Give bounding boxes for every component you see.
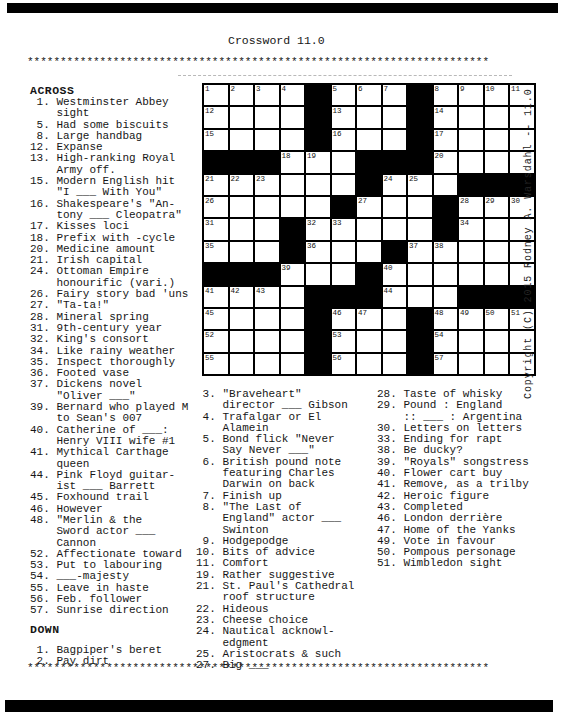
cell-number: 24 [384, 175, 393, 184]
cell-r8c12[interactable] [484, 241, 510, 263]
cell-r6c8[interactable] [382, 196, 408, 218]
cell-r8c7[interactable] [356, 241, 382, 263]
across-clue-57: 57. Sunrise direction [30, 605, 200, 616]
scan-artifact-top-bar [7, 3, 558, 13]
cell-r2c6[interactable]: 13 [331, 106, 357, 128]
cell-r10c1[interactable]: 41 [203, 286, 229, 308]
across-clue-41: 41. Mythical Carthage [30, 447, 200, 458]
cell-number: 49 [460, 309, 469, 318]
cell-r6c4[interactable] [280, 196, 306, 218]
cell-r6c1[interactable]: 26 [203, 196, 229, 218]
cell-number: 22 [231, 175, 240, 184]
cell-r13c6[interactable]: 56 [331, 353, 357, 375]
scan-artifact-line [178, 75, 512, 76]
across-clue-17: 17. Kisses loci [30, 221, 200, 232]
cell-r4c10[interactable]: 20 [433, 151, 459, 173]
across-clue-32: 32. King's consort [30, 334, 200, 345]
cell-r10c5 [305, 286, 331, 308]
cell-number: 53 [333, 331, 342, 340]
middle-clue-column: 3. "Braveheart" director ___ Gibson 4. T… [196, 389, 374, 671]
cell-r11c2[interactable] [229, 308, 255, 330]
cell-r6c12[interactable]: 29 [484, 196, 510, 218]
cell-r12c9 [407, 330, 433, 352]
cell-r8c6[interactable] [331, 241, 357, 263]
cell-number: 51 [511, 309, 520, 318]
cell-number: 7 [384, 85, 389, 94]
cell-r3c4[interactable] [280, 129, 306, 151]
cell-r1c4[interactable]: 4 [280, 84, 306, 106]
cell-r4c12[interactable] [484, 151, 510, 173]
cell-r8c10[interactable]: 38 [433, 241, 459, 263]
cell-r11c6[interactable]: 46 [331, 308, 357, 330]
cell-number: 38 [435, 242, 444, 251]
cell-r5c5[interactable] [305, 174, 331, 196]
cell-r2c12[interactable] [484, 106, 510, 128]
cell-r9c10[interactable] [433, 263, 459, 285]
cell-r1c7[interactable]: 6 [356, 84, 382, 106]
cell-r5c1[interactable]: 21 [203, 174, 229, 196]
cell-number: 48 [435, 309, 444, 318]
cell-r4c1 [203, 151, 229, 173]
cell-r7c8[interactable] [382, 218, 408, 240]
cell-number: 35 [205, 242, 214, 251]
cell-r1c8[interactable]: 7 [382, 84, 408, 106]
cell-r1c3[interactable]: 3 [254, 84, 280, 106]
cell-r1c9 [407, 84, 433, 106]
cell-number: 11 [511, 85, 520, 94]
cell-number: 23 [256, 175, 265, 184]
cell-r12c11[interactable] [458, 330, 484, 352]
cell-r8c3[interactable] [254, 241, 280, 263]
cell-r8c8 [382, 241, 408, 263]
cell-r7c1[interactable]: 31 [203, 218, 229, 240]
cell-r2c3[interactable] [254, 106, 280, 128]
cell-r5c2[interactable]: 22 [229, 174, 255, 196]
cell-number: 10 [486, 85, 495, 94]
cell-r12c3[interactable] [254, 330, 280, 352]
cell-r6c7[interactable]: 27 [356, 196, 382, 218]
cell-r5c7 [356, 174, 382, 196]
cell-r1c11[interactable]: 9 [458, 84, 484, 106]
across-clue-39-cont: to Sean's 007 [30, 413, 200, 424]
cell-number: 36 [307, 242, 316, 251]
cell-r1c12[interactable]: 10 [484, 84, 510, 106]
cell-r8c11[interactable] [458, 241, 484, 263]
cell-r9c12[interactable] [484, 263, 510, 285]
cell-r5c12 [484, 174, 510, 196]
cell-r7c6[interactable]: 33 [331, 218, 357, 240]
cell-number: 26 [205, 197, 214, 206]
cell-r5c11 [458, 174, 484, 196]
cell-number: 45 [205, 309, 214, 318]
cell-number: 18 [282, 152, 291, 161]
cell-r3c6[interactable]: 16 [331, 129, 357, 151]
cell-r7c5[interactable]: 32 [305, 218, 331, 240]
across-clue-1-cont: sight [30, 108, 200, 119]
cell-number: 19 [307, 152, 316, 161]
cell-number: 3 [256, 85, 261, 94]
cell-number: 39 [282, 264, 291, 273]
cell-r4c7 [356, 151, 382, 173]
down-clue-3-cont: director ___ Gibson [196, 400, 374, 411]
cell-number: 34 [460, 219, 469, 228]
cell-r1c2[interactable]: 2 [229, 84, 255, 106]
down-clue-list-middle: 3. "Braveheart" director ___ Gibson 4. T… [196, 389, 374, 671]
cell-number: 57 [435, 354, 444, 363]
left-clue-column: ACROSS 1. Westminster Abbey sight 5. Had… [30, 84, 200, 667]
cell-r9c1 [203, 263, 229, 285]
cell-r9c5[interactable] [305, 263, 331, 285]
cell-number: 5 [333, 85, 338, 94]
down-clue-6-cont: Darwin on back [196, 479, 374, 490]
cell-number: 42 [231, 287, 240, 296]
cell-r3c9 [407, 129, 433, 151]
cell-r13c2[interactable] [229, 353, 255, 375]
cell-r7c11[interactable]: 34 [458, 218, 484, 240]
cell-r6c9[interactable] [407, 196, 433, 218]
cell-r12c8[interactable] [382, 330, 408, 352]
cell-r12c4[interactable] [280, 330, 306, 352]
across-clue-45: 45. Foxhound trail [30, 492, 200, 503]
cell-r2c10[interactable]: 14 [433, 106, 459, 128]
cell-r4c6[interactable] [331, 151, 357, 173]
cell-number: 17 [435, 130, 444, 139]
cell-r13c4[interactable] [280, 353, 306, 375]
cell-number: 2 [231, 85, 236, 94]
across-clue-48-cont: Sword actor ___ [30, 526, 200, 537]
cell-number: 41 [205, 287, 214, 296]
cell-r9c11[interactable] [458, 263, 484, 285]
cell-r12c12[interactable] [484, 330, 510, 352]
cell-r6c3[interactable] [254, 196, 280, 218]
down-clue-24: 24. Nautical acknowl- [196, 626, 374, 637]
cell-r12c7[interactable] [356, 330, 382, 352]
cell-r11c1[interactable]: 45 [203, 308, 229, 330]
cell-r9c3 [254, 263, 280, 285]
cell-r13c9 [407, 353, 433, 375]
cell-r10c7 [356, 286, 382, 308]
cell-number: 9 [460, 85, 465, 94]
cell-r2c1[interactable]: 12 [203, 106, 229, 128]
cell-number: 25 [409, 175, 418, 184]
cell-r3c8[interactable] [382, 129, 408, 151]
cell-r4c2 [229, 151, 255, 173]
cell-r11c11[interactable]: 49 [458, 308, 484, 330]
across-clue-list: 1. Westminster Abbey sight 5. Had some b… [30, 97, 200, 617]
cell-number: 21 [205, 175, 214, 184]
cell-r7c12[interactable] [484, 218, 510, 240]
down-clue-8-cont: England" actor ___ [196, 513, 374, 524]
across-clue-27: 27. "Ta-ta!" [30, 300, 200, 311]
cell-r6c11[interactable]: 28 [458, 196, 484, 218]
cell-number: 28 [460, 197, 469, 206]
cell-r5c3[interactable]: 23 [254, 174, 280, 196]
cell-r2c7[interactable] [356, 106, 382, 128]
cell-r2c5 [305, 106, 331, 128]
down-header: DOWN [30, 623, 200, 636]
cell-r10c3[interactable]: 43 [254, 286, 280, 308]
cell-r7c10 [433, 218, 459, 240]
cell-r3c5 [305, 129, 331, 151]
cell-r9c7 [356, 263, 382, 285]
cell-r4c11[interactable] [458, 151, 484, 173]
cell-r12c6[interactable]: 53 [331, 330, 357, 352]
cell-r4c3 [254, 151, 280, 173]
cell-r10c10[interactable] [433, 286, 459, 308]
cell-number: 31 [205, 219, 214, 228]
cell-number: 14 [435, 107, 444, 116]
cell-r11c7[interactable]: 47 [356, 308, 382, 330]
cell-r3c7[interactable] [356, 129, 382, 151]
cell-r7c9[interactable] [407, 218, 433, 240]
cell-r5c8[interactable]: 24 [382, 174, 408, 196]
cell-number: 20 [435, 152, 444, 161]
cell-r8c5[interactable]: 36 [305, 241, 331, 263]
cell-r7c3[interactable] [254, 218, 280, 240]
cell-number: 54 [435, 331, 444, 340]
cell-number: 56 [333, 354, 342, 363]
cell-r13c3[interactable] [254, 353, 280, 375]
cell-r4c8 [382, 151, 408, 173]
cell-r2c9 [407, 106, 433, 128]
cell-number: 4 [282, 85, 287, 94]
cell-number: 47 [358, 309, 367, 318]
cell-r1c1[interactable]: 1 [203, 84, 229, 106]
cell-number: 15 [205, 130, 214, 139]
cell-r13c11[interactable] [458, 353, 484, 375]
cell-number: 40 [384, 264, 393, 273]
cell-r12c2[interactable] [229, 330, 255, 352]
cell-r12c5 [305, 330, 331, 352]
cell-r3c1[interactable]: 15 [203, 129, 229, 151]
cell-number: 46 [333, 309, 342, 318]
cell-number: 52 [205, 331, 214, 340]
cell-r1c6[interactable]: 5 [331, 84, 357, 106]
cell-r4c5[interactable]: 19 [305, 151, 331, 173]
cell-r3c11[interactable] [458, 129, 484, 151]
cell-r7c2[interactable] [229, 218, 255, 240]
cell-number: 8 [435, 85, 440, 94]
cell-number: 1 [205, 85, 210, 94]
cell-r6c6 [331, 196, 357, 218]
cell-number: 33 [333, 219, 342, 228]
cell-r10c11 [458, 286, 484, 308]
cell-r10c9[interactable] [407, 286, 433, 308]
cell-number: 16 [333, 130, 342, 139]
cell-r5c10[interactable] [433, 174, 459, 196]
down-clue-41: 41. Remove, as a trilby [377, 479, 562, 490]
cell-r8c1[interactable]: 35 [203, 241, 229, 263]
cell-r6c5[interactable] [305, 196, 331, 218]
cell-r6c10 [433, 196, 459, 218]
cell-r13c5 [305, 353, 331, 375]
cell-r13c8[interactable] [382, 353, 408, 375]
scan-artifact-bottom-bar [5, 700, 553, 712]
cell-r13c7[interactable] [356, 353, 382, 375]
cell-r13c1[interactable]: 55 [203, 353, 229, 375]
cell-r7c4 [280, 218, 306, 240]
down-clue-51: 51. Wimbledon sight [377, 558, 562, 569]
cell-number: 50 [486, 309, 495, 318]
cell-r8c4 [280, 241, 306, 263]
cell-r3c10[interactable]: 17 [433, 129, 459, 151]
cell-number: 37 [409, 242, 418, 251]
cell-number: 55 [205, 354, 214, 363]
down-clue-46: 46. London derrière [377, 513, 562, 524]
cell-r5c4[interactable] [280, 174, 306, 196]
cell-r11c9 [407, 308, 433, 330]
separator-bottom: ****************************************… [27, 662, 489, 674]
cell-r11c8[interactable] [382, 308, 408, 330]
cell-r4c9 [407, 151, 433, 173]
cell-r2c8[interactable] [382, 106, 408, 128]
cell-r8c9[interactable]: 37 [407, 241, 433, 263]
cell-r10c8[interactable]: 44 [382, 286, 408, 308]
cell-number: 43 [256, 287, 265, 296]
across-clue-15-cont: "I ___ With You" [30, 187, 200, 198]
cell-r2c2[interactable] [229, 106, 255, 128]
cell-r7c7[interactable] [356, 218, 382, 240]
cell-r2c11[interactable] [458, 106, 484, 128]
cell-r1c10[interactable]: 8 [433, 84, 459, 106]
cell-r10c12 [484, 286, 510, 308]
cell-r11c10[interactable]: 48 [433, 308, 459, 330]
cell-number: 27 [358, 197, 367, 206]
cell-r13c10[interactable]: 57 [433, 353, 459, 375]
cell-r5c9[interactable]: 25 [407, 174, 433, 196]
cell-number: 6 [358, 85, 363, 94]
cell-r10c4[interactable] [280, 286, 306, 308]
cell-r9c8[interactable]: 40 [382, 263, 408, 285]
right-clue-column: 28. Taste of whisky29. Pound : England :… [377, 389, 562, 570]
cell-number: 29 [486, 197, 495, 206]
cell-r8c2[interactable] [229, 241, 255, 263]
cell-r3c2[interactable] [229, 129, 255, 151]
cell-r12c10[interactable]: 54 [433, 330, 459, 352]
down-clue-list-right: 28. Taste of whisky29. Pound : England :… [377, 389, 562, 570]
cell-r3c12[interactable] [484, 129, 510, 151]
cell-r13c12[interactable] [484, 353, 510, 375]
cell-r11c4[interactable] [280, 308, 306, 330]
cell-number: 13 [333, 107, 342, 116]
cell-r11c5 [305, 308, 331, 330]
cell-r4c4[interactable]: 18 [280, 151, 306, 173]
cell-r11c12[interactable]: 50 [484, 308, 510, 330]
separator-top: ****************************************… [27, 56, 489, 68]
down-clue-29: 29. Pound : England [377, 400, 562, 411]
cell-number: 12 [205, 107, 214, 116]
cell-r2c4[interactable] [280, 106, 306, 128]
cell-r9c6[interactable] [331, 263, 357, 285]
copyright-vertical-text: Copyright (C) 2015 Rodney A. Warsdahl --… [523, 88, 534, 399]
cell-number: 30 [511, 197, 520, 206]
cell-r9c9[interactable] [407, 263, 433, 285]
cell-r9c2 [229, 263, 255, 285]
cell-r12c1[interactable]: 52 [203, 330, 229, 352]
cell-r5c6[interactable] [331, 174, 357, 196]
cell-r3c3[interactable] [254, 129, 280, 151]
cell-r6c2[interactable] [229, 196, 255, 218]
cell-r10c6 [331, 286, 357, 308]
cell-number: 32 [307, 219, 316, 228]
cell-r11c3[interactable] [254, 308, 280, 330]
cell-number: 44 [384, 287, 393, 296]
page-title: Crossword 11.0 [228, 34, 325, 47]
cell-r1c5 [305, 84, 331, 106]
cell-r10c2[interactable]: 42 [229, 286, 255, 308]
down-clue-21-cont: roof structure [196, 592, 374, 603]
crossword-grid: 1234567891011121314151617181920212223242… [202, 83, 536, 376]
cell-r9c4[interactable]: 39 [280, 263, 306, 285]
